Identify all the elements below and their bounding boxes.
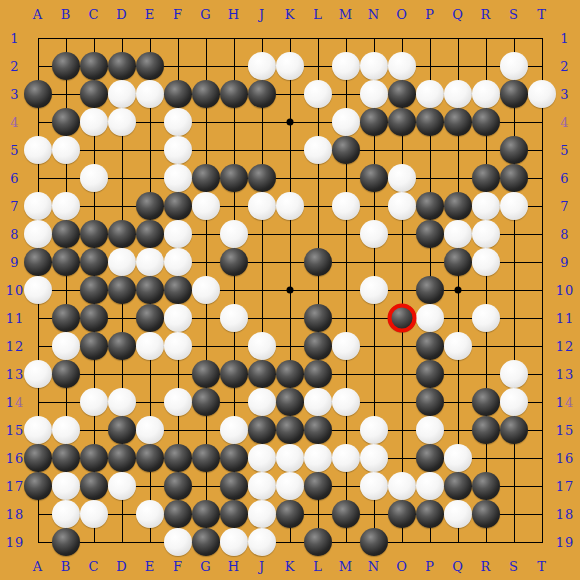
stone-white	[80, 500, 108, 528]
coord-label-char: 0	[15, 283, 24, 298]
stone-white	[360, 416, 388, 444]
grid-line-horizontal	[38, 542, 543, 543]
coord-label-char: 6	[560, 171, 569, 186]
stone-white	[24, 276, 52, 304]
stone-black	[52, 108, 80, 136]
stone-black	[108, 220, 136, 248]
coord-label-char: 5	[15, 423, 24, 438]
stone-white	[248, 528, 276, 556]
coord-label-char: 8	[560, 227, 569, 242]
stone-white	[108, 108, 136, 136]
coord-label-char: 5	[10, 143, 19, 158]
row-label-left: 10	[6, 284, 25, 297]
column-label-bottom: E	[145, 560, 156, 573]
grid-line-vertical	[514, 38, 515, 543]
coord-label-char: E	[145, 559, 156, 574]
coord-label-char: K	[285, 559, 296, 574]
column-label-bottom: F	[173, 560, 183, 573]
column-label-bottom: B	[61, 560, 72, 573]
stone-white	[248, 332, 276, 360]
stone-white	[472, 220, 500, 248]
coord-label-char: L	[313, 7, 323, 22]
stone-black	[472, 472, 500, 500]
coord-label-char: S	[509, 7, 519, 22]
coord-label-char: Q	[452, 7, 464, 22]
column-label-bottom: K	[285, 560, 296, 573]
coord-label-char: 2	[10, 59, 19, 74]
coord-label-char: 1	[565, 311, 574, 326]
stone-black	[220, 164, 248, 192]
coord-label-char: 9	[15, 535, 24, 550]
coord-label-char: 6	[565, 451, 574, 466]
stone-white	[108, 80, 136, 108]
stone-white	[276, 192, 304, 220]
stone-black	[472, 388, 500, 416]
stone-black	[472, 164, 500, 192]
coord-label-char: P	[425, 559, 435, 574]
stone-white	[192, 192, 220, 220]
stone-black	[192, 80, 220, 108]
stone-black	[304, 416, 332, 444]
stone-black	[444, 192, 472, 220]
stone-black	[108, 276, 136, 304]
coord-label-char: D	[116, 7, 127, 22]
column-label-top: B	[61, 8, 72, 21]
stone-black	[52, 528, 80, 556]
stone-black	[80, 472, 108, 500]
column-label-bottom: S	[509, 560, 519, 573]
column-label-bottom: P	[425, 560, 435, 573]
stone-black	[52, 360, 80, 388]
stone-white	[388, 192, 416, 220]
stone-black	[220, 248, 248, 276]
stone-white	[332, 332, 360, 360]
row-label-right: 7	[560, 200, 569, 213]
coord-label-char: 9	[10, 255, 19, 270]
stone-white	[304, 136, 332, 164]
coord-label-char: E	[145, 7, 156, 22]
last-move-marker	[388, 304, 417, 333]
stone-white	[136, 332, 164, 360]
stone-white	[248, 444, 276, 472]
coord-label-char: N	[368, 7, 380, 22]
stone-black	[24, 472, 52, 500]
row-label-right: 5	[560, 144, 569, 157]
stone-black	[444, 108, 472, 136]
coord-label-char: B	[61, 559, 72, 574]
stone-white	[80, 388, 108, 416]
stone-black	[164, 500, 192, 528]
column-label-top: N	[368, 8, 380, 21]
column-label-bottom: R	[481, 560, 492, 573]
stone-black	[248, 164, 276, 192]
row-label-left: 4	[10, 116, 19, 129]
row-label-left: 5	[10, 144, 19, 157]
stone-black	[220, 472, 248, 500]
column-label-bottom: L	[313, 560, 323, 573]
row-label-right: 10	[556, 284, 575, 297]
coord-label-char: 1	[556, 451, 565, 466]
stone-black	[136, 304, 164, 332]
stone-black	[500, 416, 528, 444]
coord-label-char: 1	[10, 31, 19, 46]
stone-black	[248, 360, 276, 388]
stone-white	[164, 220, 192, 248]
stone-white	[416, 80, 444, 108]
row-label-left: 18	[6, 508, 25, 521]
stone-black	[80, 80, 108, 108]
coord-label-char: J	[259, 559, 265, 574]
stone-black	[52, 304, 80, 332]
row-label-right: 11	[556, 312, 575, 325]
row-label-right: 2	[560, 60, 569, 73]
column-label-top: M	[339, 8, 353, 21]
column-label-top: H	[228, 8, 240, 21]
stone-black	[248, 416, 276, 444]
stone-white	[360, 80, 388, 108]
stone-white	[220, 304, 248, 332]
stone-black	[80, 332, 108, 360]
stone-white	[80, 108, 108, 136]
coord-label-char: M	[339, 7, 353, 22]
stone-white	[332, 444, 360, 472]
stone-black	[304, 528, 332, 556]
coord-label-char: 1	[556, 423, 565, 438]
stone-black	[444, 248, 472, 276]
stone-black	[416, 500, 444, 528]
stone-black	[136, 276, 164, 304]
coord-label-char: K	[285, 7, 296, 22]
stone-white	[472, 304, 500, 332]
stone-white	[164, 136, 192, 164]
stone-black	[52, 52, 80, 80]
stone-white	[192, 276, 220, 304]
stone-black	[416, 108, 444, 136]
stone-white	[136, 416, 164, 444]
stone-white	[444, 332, 472, 360]
column-label-top: E	[145, 8, 156, 21]
stone-white	[220, 528, 248, 556]
stone-black	[416, 332, 444, 360]
coord-label-char: T	[537, 7, 547, 22]
stone-black	[192, 444, 220, 472]
coord-label-char: 1	[556, 339, 565, 354]
coord-label-char: 2	[565, 339, 574, 354]
stone-white	[472, 192, 500, 220]
coord-label-char: 1	[6, 311, 15, 326]
stone-white	[24, 136, 52, 164]
stone-white	[164, 248, 192, 276]
row-label-left: 7	[10, 200, 19, 213]
coord-label-char: L	[313, 559, 323, 574]
stone-white	[52, 472, 80, 500]
stone-black	[304, 472, 332, 500]
column-label-top: L	[313, 8, 323, 21]
stone-white	[472, 80, 500, 108]
row-label-right: 16	[556, 452, 575, 465]
coord-label-char: 1	[556, 283, 565, 298]
stone-black	[164, 80, 192, 108]
column-label-top: F	[173, 8, 183, 21]
coord-label-char: C	[89, 559, 100, 574]
stone-black	[192, 388, 220, 416]
coord-label-char: 2	[15, 339, 24, 354]
star-point	[287, 287, 294, 294]
coord-label-char: H	[228, 7, 240, 22]
stone-white	[416, 472, 444, 500]
stone-black	[416, 192, 444, 220]
stone-black	[304, 304, 332, 332]
row-label-left: 19	[6, 536, 25, 549]
column-label-top: R	[481, 8, 492, 21]
column-label-top: P	[425, 8, 435, 21]
stone-black	[472, 500, 500, 528]
row-label-left: 16	[6, 452, 25, 465]
coord-label-char: 8	[565, 507, 574, 522]
stone-black	[24, 80, 52, 108]
row-label-right: 8	[560, 228, 569, 241]
stone-white	[360, 220, 388, 248]
coord-label-char: T	[537, 559, 547, 574]
row-label-left: 2	[10, 60, 19, 73]
stone-black	[80, 220, 108, 248]
coord-label-char: 9	[560, 255, 569, 270]
stone-black	[80, 248, 108, 276]
stone-white	[528, 80, 556, 108]
stone-black	[108, 444, 136, 472]
coord-label-char: 1	[6, 535, 15, 550]
stone-black	[388, 108, 416, 136]
coord-label-char: R	[481, 559, 492, 574]
column-label-top: G	[200, 8, 211, 21]
coord-label-char: 4	[10, 115, 19, 130]
stone-white	[388, 52, 416, 80]
stone-black	[220, 360, 248, 388]
row-label-left: 12	[6, 340, 25, 353]
stone-white	[276, 52, 304, 80]
column-label-top: O	[396, 8, 408, 21]
coord-label-char: 1	[6, 283, 15, 298]
column-label-bottom: Q	[452, 560, 464, 573]
stone-white	[24, 416, 52, 444]
coord-label-char: 1	[6, 451, 15, 466]
row-label-right: 6	[560, 172, 569, 185]
stone-black	[304, 248, 332, 276]
stone-black	[136, 444, 164, 472]
stone-white	[136, 80, 164, 108]
coord-label-char: 8	[15, 507, 24, 522]
row-label-right: 4	[560, 116, 569, 129]
column-label-bottom: H	[228, 560, 240, 573]
stone-white	[164, 528, 192, 556]
stone-white	[388, 164, 416, 192]
row-label-left: 13	[6, 368, 25, 381]
stone-white	[416, 304, 444, 332]
stone-black	[416, 276, 444, 304]
stone-white	[500, 192, 528, 220]
column-label-top: Q	[452, 8, 464, 21]
column-label-bottom: J	[259, 560, 265, 573]
stone-black	[416, 444, 444, 472]
stone-black	[80, 304, 108, 332]
stone-white	[164, 388, 192, 416]
coord-label-char: Q	[452, 559, 464, 574]
stone-white	[472, 248, 500, 276]
row-label-right: 17	[556, 480, 575, 493]
stone-black	[416, 220, 444, 248]
coord-label-char: 0	[565, 283, 574, 298]
stone-white	[416, 416, 444, 444]
row-label-right: 18	[556, 508, 575, 521]
star-point	[455, 287, 462, 294]
coord-label-char: 7	[565, 479, 574, 494]
coord-label-char: 1	[556, 507, 565, 522]
coord-label-char: 1	[6, 423, 15, 438]
stone-white	[24, 360, 52, 388]
stone-black	[444, 472, 472, 500]
row-label-right: 3	[560, 88, 569, 101]
stone-black	[136, 192, 164, 220]
coord-label-char: 9	[565, 535, 574, 550]
coord-label-char: P	[425, 7, 435, 22]
coord-label-char: 3	[560, 87, 569, 102]
stone-white	[164, 304, 192, 332]
stone-black	[360, 108, 388, 136]
stone-white	[24, 192, 52, 220]
coord-label-char: 4	[560, 115, 569, 130]
grid-line-horizontal	[38, 318, 543, 319]
go-board[interactable]: AABBCCDDEEFFGGHHJJKKLLMMNNOOPPQQRRSSTT11…	[0, 0, 580, 580]
stone-black	[136, 220, 164, 248]
coord-label-char: 7	[10, 199, 19, 214]
stone-white	[332, 388, 360, 416]
coord-label-char: 1	[6, 339, 15, 354]
stone-white	[360, 472, 388, 500]
coord-label-char: B	[61, 7, 72, 22]
coord-label-char: H	[228, 559, 240, 574]
stone-black	[164, 276, 192, 304]
column-label-bottom: G	[200, 560, 211, 573]
stone-white	[500, 388, 528, 416]
row-label-left: 14	[6, 396, 25, 409]
stone-black	[108, 332, 136, 360]
stone-black	[52, 248, 80, 276]
stone-black	[80, 444, 108, 472]
stone-white	[24, 220, 52, 248]
coord-label-char: R	[481, 7, 492, 22]
row-label-right: 14	[556, 396, 575, 409]
stone-black	[500, 136, 528, 164]
stone-black	[164, 444, 192, 472]
stone-black	[388, 80, 416, 108]
stone-black	[416, 360, 444, 388]
coord-label-char: 1	[560, 31, 569, 46]
star-point	[287, 119, 294, 126]
coord-label-char: 5	[565, 423, 574, 438]
row-label-left: 17	[6, 480, 25, 493]
stone-white	[332, 192, 360, 220]
stone-white	[444, 500, 472, 528]
stone-black	[108, 52, 136, 80]
stone-white	[108, 388, 136, 416]
grid-line-horizontal	[38, 150, 543, 151]
coord-label-char: F	[173, 559, 183, 574]
coord-label-char: N	[368, 559, 380, 574]
coord-label-char: 1	[556, 367, 565, 382]
stone-white	[108, 472, 136, 500]
stone-black	[108, 416, 136, 444]
column-label-top: C	[89, 8, 100, 21]
stone-white	[136, 248, 164, 276]
stone-white	[52, 192, 80, 220]
stone-black	[500, 164, 528, 192]
stone-black	[80, 52, 108, 80]
coord-label-char: S	[509, 559, 519, 574]
stone-black	[276, 388, 304, 416]
row-label-left: 8	[10, 228, 19, 241]
stone-black	[360, 164, 388, 192]
stone-black	[388, 500, 416, 528]
column-label-top: K	[285, 8, 296, 21]
coord-label-char: 4	[15, 395, 24, 410]
column-label-bottom: O	[396, 560, 408, 573]
row-label-right: 12	[556, 340, 575, 353]
coord-label-char: 7	[560, 199, 569, 214]
column-label-bottom: M	[339, 560, 353, 573]
column-label-bottom: C	[89, 560, 100, 573]
stone-white	[332, 108, 360, 136]
stone-white	[360, 276, 388, 304]
stone-black	[24, 248, 52, 276]
stone-white	[248, 192, 276, 220]
coord-label-char: 6	[10, 171, 19, 186]
column-label-bottom: D	[116, 560, 127, 573]
stone-black	[52, 444, 80, 472]
stone-black	[80, 276, 108, 304]
stone-black	[416, 388, 444, 416]
stone-black	[276, 500, 304, 528]
stone-black	[192, 528, 220, 556]
stone-white	[304, 444, 332, 472]
stone-black	[220, 500, 248, 528]
stone-black	[276, 416, 304, 444]
stone-white	[248, 388, 276, 416]
stone-white	[136, 500, 164, 528]
stone-white	[500, 360, 528, 388]
coord-label-char: G	[200, 7, 211, 22]
stone-black	[192, 500, 220, 528]
coord-label-char: 3	[15, 367, 24, 382]
stone-white	[276, 472, 304, 500]
stone-black	[24, 444, 52, 472]
column-label-bottom: N	[368, 560, 380, 573]
row-label-right: 15	[556, 424, 575, 437]
stone-white	[108, 248, 136, 276]
coord-label-char: C	[89, 7, 100, 22]
coord-label-char: J	[259, 7, 265, 22]
coord-label-char: 1	[556, 395, 565, 410]
stone-white	[332, 52, 360, 80]
coord-label-char: 6	[15, 451, 24, 466]
stone-white	[388, 472, 416, 500]
coord-label-char: M	[339, 559, 353, 574]
stone-white	[276, 444, 304, 472]
coord-label-char: 2	[560, 59, 569, 74]
coord-label-char: 7	[15, 479, 24, 494]
stone-white	[444, 220, 472, 248]
stone-white	[304, 80, 332, 108]
stone-white	[52, 136, 80, 164]
